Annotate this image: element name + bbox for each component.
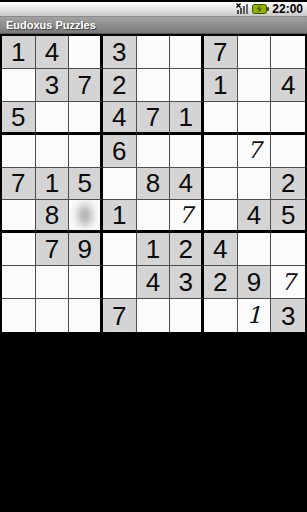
cell-r7c7[interactable]: 4 (204, 233, 238, 266)
cell-r2c4[interactable]: 2 (103, 69, 137, 102)
cell-r6c9[interactable]: 5 (271, 200, 305, 233)
clock-text: 22:00 (272, 3, 303, 15)
cell-r1c7[interactable]: 7 (204, 36, 238, 69)
cell-r8c4[interactable] (103, 266, 137, 299)
battery-icon (252, 4, 269, 14)
cell-r8c6[interactable]: 3 (170, 266, 204, 299)
cell-r9c6[interactable] (170, 299, 204, 332)
cell-r2c3[interactable]: 7 (69, 69, 103, 102)
cell-r7c8[interactable] (238, 233, 272, 266)
cell-r6c6[interactable]: 7 (170, 200, 204, 233)
cell-r4c8[interactable]: 7 (238, 135, 272, 168)
cell-r2c7[interactable]: 1 (204, 69, 238, 102)
cell-r5c4[interactable] (103, 168, 137, 201)
cell-r8c9[interactable]: 7 (271, 266, 305, 299)
cell-r9c4[interactable]: 7 (103, 299, 137, 332)
cell-r2c1[interactable] (2, 69, 36, 102)
cell-r1c3[interactable] (69, 36, 103, 69)
cell-r7c5[interactable]: 1 (137, 233, 171, 266)
cell-r3c1[interactable]: 5 (2, 102, 36, 135)
cell-r8c3[interactable] (69, 266, 103, 299)
cell-r4c7[interactable] (204, 135, 238, 168)
cell-r4c1[interactable] (2, 135, 36, 168)
cell-r6c4[interactable]: 1 (103, 200, 137, 233)
blurred-digit-smudge (78, 204, 92, 226)
cell-r9c1[interactable] (2, 299, 36, 332)
cell-r6c7[interactable] (204, 200, 238, 233)
cell-r4c9[interactable] (271, 135, 305, 168)
status-bar: 22:00 (0, 0, 307, 17)
cell-r3c4[interactable]: 4 (103, 102, 137, 135)
cell-r6c2[interactable]: 8 (36, 200, 70, 233)
cell-r3c9[interactable] (271, 102, 305, 135)
cell-r4c6[interactable] (170, 135, 204, 168)
cell-r9c3[interactable] (69, 299, 103, 332)
cell-r4c5[interactable] (137, 135, 171, 168)
screen-background (0, 336, 307, 512)
cell-r6c8[interactable]: 4 (238, 200, 272, 233)
cell-r2c5[interactable] (137, 69, 171, 102)
cell-r8c8[interactable]: 9 (238, 266, 272, 299)
cell-r9c8[interactable]: 1 (238, 299, 272, 332)
cell-r1c2[interactable]: 4 (36, 36, 70, 69)
cell-r9c5[interactable] (137, 299, 171, 332)
cell-r7c9[interactable] (271, 233, 305, 266)
cell-r8c2[interactable] (36, 266, 70, 299)
cell-r1c5[interactable] (137, 36, 171, 69)
cell-r7c2[interactable]: 7 (36, 233, 70, 266)
cell-r1c8[interactable] (238, 36, 272, 69)
cell-r6c3[interactable] (69, 200, 103, 233)
cell-r5c7[interactable] (204, 168, 238, 201)
sudoku-board: 143737214547167715842817457912443297713 (0, 34, 307, 334)
cell-r8c5[interactable]: 4 (137, 266, 171, 299)
cell-r5c9[interactable]: 2 (271, 168, 305, 201)
cell-r7c4[interactable] (103, 233, 137, 266)
cell-r2c6[interactable] (170, 69, 204, 102)
cell-r6c5[interactable] (137, 200, 171, 233)
cell-r9c9[interactable]: 3 (271, 299, 305, 332)
cell-r4c2[interactable] (36, 135, 70, 168)
cell-r1c4[interactable]: 3 (103, 36, 137, 69)
phone-screen: 22:00 Eudoxus Puzzles 143737214547167715… (0, 0, 307, 512)
cell-r1c6[interactable] (170, 36, 204, 69)
cell-r8c1[interactable] (2, 266, 36, 299)
cell-r9c2[interactable] (36, 299, 70, 332)
cell-r3c3[interactable] (69, 102, 103, 135)
cell-r9c7[interactable] (204, 299, 238, 332)
cell-r3c6[interactable]: 1 (170, 102, 204, 135)
cell-r6c1[interactable] (2, 200, 36, 233)
cell-r7c3[interactable]: 9 (69, 233, 103, 266)
no-signal-icon (236, 3, 249, 15)
cell-r3c2[interactable] (36, 102, 70, 135)
cell-r3c5[interactable]: 7 (137, 102, 171, 135)
cell-r5c3[interactable]: 5 (69, 168, 103, 201)
cell-r2c8[interactable] (238, 69, 272, 102)
cell-r7c6[interactable]: 2 (170, 233, 204, 266)
cell-r5c6[interactable]: 4 (170, 168, 204, 201)
cell-r3c7[interactable] (204, 102, 238, 135)
cell-r5c8[interactable] (238, 168, 272, 201)
cell-r2c9[interactable]: 4 (271, 69, 305, 102)
cell-r4c3[interactable] (69, 135, 103, 168)
cell-r5c5[interactable]: 8 (137, 168, 171, 201)
cell-r5c2[interactable]: 1 (36, 168, 70, 201)
cell-r2c2[interactable]: 3 (36, 69, 70, 102)
cell-r1c1[interactable]: 1 (2, 36, 36, 69)
cell-r5c1[interactable]: 7 (2, 168, 36, 201)
page-title: Eudoxus Puzzles (6, 20, 96, 31)
cell-r3c8[interactable] (238, 102, 272, 135)
cell-r1c9[interactable] (271, 36, 305, 69)
cell-r4c4[interactable]: 6 (103, 135, 137, 168)
cell-r8c7[interactable]: 2 (204, 266, 238, 299)
title-bar: Eudoxus Puzzles (0, 17, 307, 34)
cell-r7c1[interactable] (2, 233, 36, 266)
